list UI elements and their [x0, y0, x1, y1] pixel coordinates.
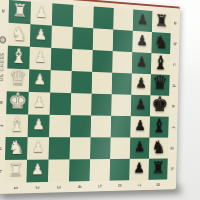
- square-a5[interactable]: [93, 6, 114, 29]
- black-pawn[interactable]: ♟: [134, 141, 146, 155]
- square-b3[interactable]: [51, 26, 72, 49]
- white-pawn[interactable]: ♟: [35, 5, 48, 21]
- square-g3[interactable]: [49, 137, 71, 159]
- coordinate-label: 6: [115, 177, 123, 194]
- square-h1[interactable]: ♜: [4, 160, 27, 183]
- square-g8[interactable]: ♞: [149, 138, 168, 159]
- black-knight[interactable]: ♞: [151, 138, 165, 155]
- black-pawn[interactable]: ♟: [135, 98, 147, 112]
- square-g2[interactable]: ♟: [27, 137, 49, 160]
- square-f4[interactable]: [70, 115, 91, 137]
- black-king[interactable]: ♚: [151, 95, 168, 115]
- black-pawn[interactable]: ♟: [136, 55, 148, 69]
- square-f5[interactable]: [91, 115, 112, 137]
- coordinate-label: 5: [95, 177, 103, 195]
- square-d5[interactable]: [92, 72, 113, 94]
- square-b6[interactable]: [113, 30, 133, 53]
- white-knight[interactable]: ♞: [8, 138, 25, 157]
- square-c6[interactable]: [112, 51, 132, 73]
- square-f6[interactable]: [111, 116, 131, 138]
- coordinate-label: f: [165, 123, 180, 131]
- white-queen[interactable]: ♛: [9, 68, 28, 89]
- square-f7[interactable]: ♟: [130, 116, 150, 137]
- white-rook[interactable]: ♜: [8, 161, 24, 179]
- coordinate-label: a: [168, 19, 183, 28]
- square-g7[interactable]: ♟: [130, 137, 150, 158]
- chess-board: ♜♟♟♜♞♟♟♞♝♟♟♝♛♟♟♛♚♟♟♚♝♟♟♝♞♟♟♞♜♟♟♜ abcdefg…: [0, 0, 180, 194]
- square-e8[interactable]: ♚: [150, 95, 169, 116]
- coordinate-label: 4: [75, 178, 83, 196]
- square-e3[interactable]: [50, 93, 72, 116]
- white-pawn[interactable]: ♟: [31, 163, 44, 178]
- coordinate-label: e: [166, 102, 181, 110]
- square-d6[interactable]: [112, 73, 132, 95]
- white-pawn[interactable]: ♟: [33, 95, 46, 110]
- square-b8[interactable]: ♞: [151, 32, 170, 54]
- square-b5[interactable]: [93, 28, 114, 51]
- square-g5[interactable]: [90, 137, 111, 159]
- square-f2[interactable]: ♟: [28, 115, 50, 138]
- square-c5[interactable]: [92, 50, 113, 73]
- square-f3[interactable]: [49, 115, 71, 137]
- square-d4[interactable]: [71, 71, 92, 94]
- white-pawn[interactable]: ♟: [32, 140, 45, 155]
- black-bishop[interactable]: ♝: [153, 54, 168, 73]
- us-chess-logo-icon: [0, 36, 6, 43]
- white-king[interactable]: ♚: [8, 91, 27, 113]
- black-knight[interactable]: ♞: [154, 33, 168, 51]
- black-pawn[interactable]: ♟: [133, 162, 145, 176]
- coordinate-label: 3: [54, 178, 62, 196]
- square-b2[interactable]: ♟: [30, 24, 52, 48]
- coordinate-label: c: [167, 60, 182, 69]
- black-pawn[interactable]: ♟: [136, 34, 148, 48]
- square-a2[interactable]: ♟: [30, 2, 52, 26]
- coordinate-label: g: [165, 144, 180, 152]
- white-bishop[interactable]: ♝: [10, 46, 28, 67]
- white-rook[interactable]: ♜: [12, 2, 28, 21]
- square-a7[interactable]: ♟: [133, 10, 153, 33]
- square-e5[interactable]: [91, 94, 112, 116]
- black-pawn[interactable]: ♟: [135, 77, 147, 91]
- white-pawn[interactable]: ♟: [34, 28, 47, 43]
- coordinate-label: 2: [33, 178, 42, 196]
- square-e2[interactable]: ♟: [28, 92, 50, 115]
- coordinate-label: b: [167, 39, 182, 48]
- square-a6[interactable]: [113, 8, 133, 31]
- black-queen[interactable]: ♛: [152, 74, 168, 94]
- square-a1[interactable]: ♜: [8, 0, 30, 24]
- white-pawn[interactable]: ♟: [34, 50, 47, 65]
- square-g6[interactable]: [110, 137, 130, 159]
- square-c2[interactable]: ♟: [29, 47, 51, 70]
- coordinate-label: 1: [11, 179, 20, 197]
- square-f8[interactable]: ♝: [149, 116, 168, 137]
- square-d2[interactable]: ♟: [29, 69, 51, 92]
- black-bishop[interactable]: ♝: [152, 117, 167, 135]
- square-e4[interactable]: [71, 93, 92, 115]
- square-g4[interactable]: [70, 137, 91, 159]
- square-f1[interactable]: ♝: [6, 114, 29, 137]
- square-g1[interactable]: ♞: [5, 137, 28, 160]
- square-b4[interactable]: [72, 27, 93, 50]
- square-a3[interactable]: [52, 3, 73, 27]
- coordinate-label: a: [0, 6, 12, 16]
- square-e6[interactable]: [111, 94, 131, 116]
- square-b1[interactable]: ♞: [8, 23, 31, 47]
- square-c7[interactable]: ♟: [132, 52, 152, 74]
- square-c4[interactable]: [72, 49, 93, 72]
- photo-background: ♜♟♟♜♞♟♟♞♝♟♟♝♛♟♟♛♚♟♟♚♝♟♟♝♞♟♟♞♜♟♟♜ abcdefg…: [0, 0, 200, 200]
- square-e1[interactable]: ♚: [6, 91, 29, 114]
- coordinate-label: 7: [135, 177, 143, 194]
- coordinate-label: h: [164, 165, 179, 173]
- square-c3[interactable]: [51, 48, 72, 71]
- white-knight[interactable]: ♞: [11, 24, 28, 44]
- black-pawn[interactable]: ♟: [134, 119, 146, 133]
- white-pawn[interactable]: ♟: [32, 118, 45, 133]
- coordinate-label: 8: [154, 176, 162, 193]
- coordinate-label: d: [166, 81, 181, 89]
- black-rook[interactable]: ♜: [151, 160, 165, 177]
- board-grid: ♜♟♟♜♞♟♟♞♝♟♟♝♛♟♟♛♚♟♟♚♝♟♟♝♞♟♟♞♜♟♟♜: [4, 0, 171, 183]
- white-bishop[interactable]: ♝: [8, 115, 26, 135]
- square-b7[interactable]: ♟: [132, 31, 152, 53]
- black-pawn[interactable]: ♟: [137, 13, 149, 28]
- white-pawn[interactable]: ♟: [33, 73, 46, 88]
- brand-label: US CHESS: [0, 52, 5, 82]
- black-rook[interactable]: ♜: [155, 13, 169, 30]
- square-d3[interactable]: [50, 70, 72, 93]
- square-a4[interactable]: [73, 5, 94, 28]
- square-e7[interactable]: ♟: [131, 95, 151, 117]
- square-d7[interactable]: ♟: [131, 73, 151, 95]
